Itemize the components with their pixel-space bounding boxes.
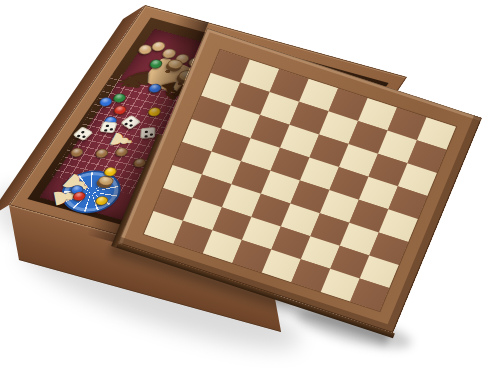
die-pip: [106, 125, 109, 127]
brown-disc: [68, 147, 85, 159]
die-pip: [150, 133, 153, 135]
brown-disc: [93, 147, 110, 159]
die-pip: [145, 135, 148, 137]
die-pip: [129, 124, 133, 127]
die: [140, 127, 155, 139]
die-pip: [124, 122, 128, 125]
die-pip: [145, 131, 148, 133]
yellow-disc: [146, 106, 163, 118]
die: [73, 126, 94, 141]
die-pip: [104, 129, 107, 131]
product-photo-chess-box: ♞♝♟♟♟♟: [0, 0, 500, 372]
die-pip: [82, 135, 86, 138]
die-pip: [81, 131, 85, 134]
die: [120, 115, 141, 130]
red-disc: [112, 104, 129, 116]
die-pip: [77, 134, 81, 137]
die-pip: [129, 119, 133, 122]
